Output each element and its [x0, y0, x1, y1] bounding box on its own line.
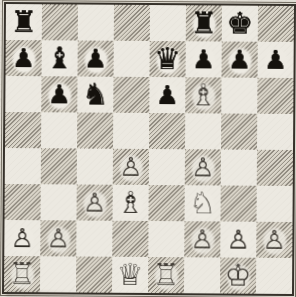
square-a7: ♟ [6, 40, 42, 76]
print-smudge [6, 291, 76, 296]
piece-white-rook: ♖ [6, 257, 39, 291]
square-f8: ♜ [186, 5, 222, 41]
piece-white-rook: ♖ [150, 258, 183, 292]
square-d5 [113, 113, 149, 149]
piece-black-pawn: ♟ [259, 43, 292, 77]
square-f1 [184, 257, 220, 293]
square-g2: ♙ [220, 222, 256, 258]
piece-black-pawn: ♟ [7, 41, 40, 75]
print-smudge [120, 293, 210, 297]
square-g5 [221, 114, 257, 150]
piece-white-pawn: ♙ [78, 186, 111, 220]
piece-black-pawn: ♟ [223, 43, 256, 77]
piece-black-rook: ♜ [7, 5, 40, 39]
square-a1: ♖ [4, 256, 40, 292]
square-g8: ♚ [222, 6, 258, 42]
square-g6 [221, 78, 257, 114]
square-h1 [256, 258, 292, 294]
chess-board: ♜♜♚♟♝♟♛♟♟♟♟♞♟♗♙♙♙♗♘♙♙♙♙♙♖♕♖♔ [4, 4, 294, 294]
square-h3 [256, 186, 292, 222]
piece-black-bishop: ♝ [43, 41, 76, 75]
square-d2 [112, 221, 148, 257]
square-g1: ♔ [220, 258, 256, 294]
square-h5 [257, 114, 293, 150]
square-h7: ♟ [258, 42, 294, 78]
square-b4 [41, 148, 77, 184]
square-e1: ♖ [148, 257, 184, 293]
square-e3 [148, 185, 184, 221]
square-b8 [42, 4, 78, 40]
square-d8 [114, 5, 150, 41]
piece-black-pawn: ♟ [151, 78, 184, 112]
square-e2 [148, 221, 184, 257]
piece-white-pawn: ♙ [186, 222, 219, 256]
square-h4 [257, 150, 293, 186]
piece-black-king: ♚ [223, 7, 256, 41]
square-c8 [78, 5, 114, 41]
square-d4: ♙ [113, 149, 149, 185]
piece-white-bishop: ♗ [187, 78, 220, 112]
square-f6: ♗ [185, 77, 221, 113]
square-c6: ♞ [77, 76, 113, 112]
piece-white-queen: ♕ [114, 258, 147, 292]
square-a4 [5, 148, 41, 184]
square-c7: ♟ [78, 40, 114, 76]
square-a8: ♜ [6, 4, 42, 40]
square-h2: ♙ [256, 222, 292, 258]
square-a2: ♙ [4, 220, 40, 256]
square-b7: ♝ [42, 40, 78, 76]
piece-black-pawn: ♟ [79, 42, 112, 76]
square-f3: ♘ [184, 185, 220, 221]
square-e8 [150, 5, 186, 41]
piece-white-pawn: ♙ [42, 221, 75, 255]
piece-white-pawn: ♙ [258, 223, 291, 257]
square-b2: ♙ [40, 220, 76, 256]
square-c4 [77, 148, 113, 184]
square-c2 [76, 220, 112, 256]
square-c5 [77, 112, 113, 148]
square-h6 [257, 78, 293, 114]
piece-black-knight: ♞ [79, 78, 112, 112]
piece-black-pawn: ♟ [187, 42, 220, 76]
piece-white-knight: ♘ [186, 186, 219, 220]
square-c3: ♙ [76, 184, 112, 220]
square-d7 [114, 41, 150, 77]
piece-white-pawn: ♙ [186, 150, 219, 184]
piece-black-pawn: ♟ [43, 77, 76, 111]
square-e6: ♟ [149, 77, 185, 113]
piece-black-rook: ♜ [187, 6, 220, 40]
square-f4: ♙ [185, 149, 221, 185]
square-b1 [40, 256, 76, 292]
square-a5 [5, 112, 41, 148]
square-d6 [113, 77, 149, 113]
square-h8 [258, 6, 294, 42]
square-b3 [40, 184, 76, 220]
piece-black-queen: ♛ [151, 42, 184, 76]
square-a6 [5, 76, 41, 112]
scanned-page: ♜♜♚♟♝♟♛♟♟♟♟♞♟♗♙♙♙♗♘♙♙♙♙♙♖♕♖♔ [0, 0, 296, 297]
piece-white-king: ♔ [221, 259, 254, 293]
square-d3: ♗ [112, 185, 148, 221]
square-f2: ♙ [184, 221, 220, 257]
board-frame: ♜♜♚♟♝♟♛♟♟♟♟♞♟♗♙♙♙♗♘♙♙♙♙♙♖♕♖♔ [2, 2, 296, 296]
square-a3 [5, 184, 41, 220]
square-g3 [220, 186, 256, 222]
square-b5 [41, 112, 77, 148]
piece-white-bishop: ♗ [114, 186, 147, 220]
square-d1: ♕ [112, 257, 148, 293]
square-g7: ♟ [222, 42, 258, 78]
square-g4 [221, 150, 257, 186]
piece-white-pawn: ♙ [6, 221, 39, 255]
piece-white-pawn: ♙ [222, 223, 255, 257]
square-b6: ♟ [41, 76, 77, 112]
square-e4 [149, 149, 185, 185]
square-f5 [185, 113, 221, 149]
square-f7: ♟ [186, 41, 222, 77]
square-c1 [76, 256, 112, 292]
square-e7: ♛ [150, 41, 186, 77]
square-e5 [149, 113, 185, 149]
piece-white-pawn: ♙ [114, 150, 147, 184]
